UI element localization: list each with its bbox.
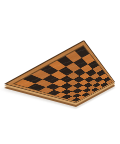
board-square-h6[interactable] bbox=[96, 85, 103, 90]
board-square-h2[interactable] bbox=[77, 95, 85, 99]
photo-canvas bbox=[0, 0, 120, 144]
